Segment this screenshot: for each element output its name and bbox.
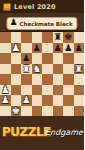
square-e6[interactable] (42, 53, 53, 64)
square-h6[interactable] (74, 53, 85, 64)
square-b1[interactable]: ♚ (11, 106, 22, 117)
square-e4[interactable] (42, 74, 53, 85)
square-h3[interactable] (74, 85, 85, 96)
square-g4[interactable] (63, 74, 74, 85)
square-e7[interactable] (42, 43, 53, 54)
square-h7[interactable]: ♟ (74, 43, 85, 54)
square-e2[interactable] (42, 95, 53, 106)
square-f4[interactable] (53, 74, 64, 85)
square-g7[interactable]: ♟ (63, 43, 74, 54)
square-d8[interactable] (32, 32, 43, 43)
square-g1[interactable] (63, 106, 74, 117)
square-e3[interactable] (42, 85, 53, 96)
square-b7[interactable]: ♟ (11, 43, 22, 54)
piece-white-pawn[interactable]: ♟ (11, 43, 20, 54)
square-h8[interactable] (74, 32, 85, 43)
square-b3[interactable] (11, 85, 22, 96)
square-c2[interactable]: ♟ (21, 95, 32, 106)
square-e1[interactable] (42, 106, 53, 117)
square-h5[interactable]: ♜ (74, 64, 85, 75)
square-f5[interactable] (53, 64, 64, 75)
square-g2[interactable] (63, 95, 74, 106)
square-g6[interactable] (63, 53, 74, 64)
square-c1[interactable] (21, 106, 32, 117)
piece-black-pawn[interactable]: ♟ (22, 53, 31, 64)
square-a2[interactable]: ♟ (0, 95, 11, 106)
piece-black-pawn[interactable]: ♟ (64, 43, 73, 54)
square-a4[interactable] (0, 74, 11, 85)
square-e8[interactable] (42, 32, 53, 43)
piece-black-rook[interactable]: ♜ (53, 32, 62, 43)
medal-icon (3, 3, 11, 11)
black-pawn-icon: ♟ (9, 18, 17, 27)
level-label: Level 2020 (14, 3, 56, 11)
square-h1[interactable] (74, 106, 85, 117)
piece-black-pawn[interactable]: ♟ (53, 43, 62, 54)
square-h4[interactable] (74, 74, 85, 85)
square-b2[interactable] (11, 95, 22, 106)
objective-banner: ♟ Checkmate Black (6, 17, 77, 30)
square-d7[interactable]: ♟ (32, 43, 43, 54)
square-g3[interactable] (63, 85, 74, 96)
square-d1[interactable] (32, 106, 43, 117)
square-d2[interactable] (32, 95, 43, 106)
piece-white-knight[interactable]: ♞ (32, 64, 41, 75)
square-a7[interactable] (0, 43, 11, 54)
square-a1[interactable] (0, 106, 11, 117)
square-b4[interactable] (11, 74, 22, 85)
piece-white-rook[interactable]: ♜ (74, 64, 83, 75)
square-a6[interactable] (0, 53, 11, 64)
piece-white-pawn[interactable]: ♟ (1, 95, 10, 106)
piece-white-king[interactable]: ♚ (11, 106, 20, 117)
piece-black-king[interactable]: ♚ (64, 32, 73, 43)
square-f2[interactable] (53, 95, 64, 106)
square-d6[interactable] (32, 53, 43, 64)
square-f7[interactable]: ♟ (53, 43, 64, 54)
square-b5[interactable] (11, 64, 22, 75)
chess-puzzle-app: Level 2020 ♟ Checkmate Black ♜♚♟♟♟♟♟♟♜♞♜… (0, 0, 84, 150)
square-a5[interactable] (0, 64, 11, 75)
objective-text: Checkmate Black (20, 21, 73, 27)
chess-board[interactable]: ♜♚♟♟♟♟♟♟♜♞♜♟♟♟♚ (0, 31, 84, 117)
footer-banner: PUZZLE Endgame (0, 116, 84, 150)
square-d5[interactable]: ♞ (32, 64, 43, 75)
square-f1[interactable] (53, 106, 64, 117)
square-c6[interactable]: ♟ (21, 53, 32, 64)
square-b6[interactable] (11, 53, 22, 64)
square-h2[interactable] (74, 95, 85, 106)
square-e5[interactable] (42, 64, 53, 75)
square-f8[interactable]: ♜ (53, 32, 64, 43)
square-g5[interactable] (63, 64, 74, 75)
square-b8[interactable] (11, 32, 22, 43)
square-g8[interactable]: ♚ (63, 32, 74, 43)
piece-white-pawn[interactable]: ♟ (22, 95, 31, 106)
piece-black-pawn[interactable]: ♟ (32, 43, 41, 54)
square-d3[interactable] (32, 85, 43, 96)
square-f6[interactable] (53, 53, 64, 64)
square-c5[interactable]: ♜ (21, 64, 32, 75)
piece-black-pawn[interactable]: ♟ (74, 43, 83, 54)
square-d4[interactable] (32, 74, 43, 85)
square-f3[interactable] (53, 85, 64, 96)
square-a8[interactable] (0, 32, 11, 43)
piece-white-rook[interactable]: ♜ (22, 64, 31, 75)
top-bar: Level 2020 (0, 0, 84, 13)
square-c8[interactable] (21, 32, 32, 43)
puzzle-title: PUZZLE (2, 125, 51, 139)
endgame-subtitle: Endgame (45, 128, 83, 137)
square-c4[interactable] (21, 74, 32, 85)
